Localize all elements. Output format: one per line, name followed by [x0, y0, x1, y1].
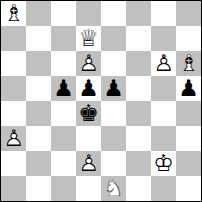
square-g8[interactable] — [151, 1, 176, 26]
piece-white-king[interactable]: ♚♔ — [151, 151, 176, 176]
square-e4[interactable] — [101, 101, 126, 126]
piece-black-king[interactable]: ♚ — [76, 101, 101, 126]
square-b2[interactable] — [26, 151, 51, 176]
square-d6[interactable]: ♟♙ — [76, 51, 101, 76]
square-a3[interactable]: ♟♙ — [1, 126, 26, 151]
square-h7[interactable] — [176, 26, 201, 51]
piece-glyph-outline: ♔ — [151, 151, 176, 176]
piece-white-pawn[interactable]: ♟♙ — [1, 126, 26, 151]
piece-glyph-fill: ♟ — [76, 76, 101, 101]
piece-glyph-fill: ♟ — [51, 76, 76, 101]
square-b3[interactable] — [26, 126, 51, 151]
piece-black-pawn[interactable]: ♟ — [51, 76, 76, 101]
square-g2[interactable]: ♚♔ — [151, 151, 176, 176]
square-f5[interactable] — [126, 76, 151, 101]
square-d3[interactable] — [76, 126, 101, 151]
square-f2[interactable] — [126, 151, 151, 176]
square-f1[interactable] — [126, 176, 151, 201]
square-h8[interactable] — [176, 1, 201, 26]
piece-glyph-outline: ♙ — [76, 51, 101, 76]
piece-glyph-outline: ♗ — [1, 1, 26, 26]
square-e3[interactable] — [101, 126, 126, 151]
square-b1[interactable] — [26, 176, 51, 201]
square-g7[interactable] — [151, 26, 176, 51]
square-h2[interactable] — [176, 151, 201, 176]
chess-board: ♝♗♛♕♟♙♟♙♝♗♟♟♟♟♚♟♙♟♙♚♔♞♘ — [0, 0, 202, 202]
piece-glyph-outline: ♗ — [176, 51, 201, 76]
square-f6[interactable] — [126, 51, 151, 76]
square-d8[interactable] — [76, 1, 101, 26]
piece-white-knight[interactable]: ♞♘ — [101, 176, 126, 201]
piece-glyph-outline: ♘ — [101, 176, 126, 201]
piece-white-bishop[interactable]: ♝♗ — [1, 1, 26, 26]
piece-glyph-outline: ♕ — [76, 26, 101, 51]
square-a7[interactable] — [1, 26, 26, 51]
piece-glyph-fill: ♟ — [101, 76, 126, 101]
piece-glyph-outline: ♙ — [151, 51, 176, 76]
piece-glyph-outline: ♙ — [1, 126, 26, 151]
square-b8[interactable] — [26, 1, 51, 26]
square-h3[interactable] — [176, 126, 201, 151]
square-f7[interactable] — [126, 26, 151, 51]
square-e6[interactable] — [101, 51, 126, 76]
square-h5[interactable]: ♟ — [176, 76, 201, 101]
square-b5[interactable] — [26, 76, 51, 101]
square-e8[interactable] — [101, 1, 126, 26]
square-d2[interactable]: ♟♙ — [76, 151, 101, 176]
piece-glyph-fill: ♟ — [176, 76, 201, 101]
square-h4[interactable] — [176, 101, 201, 126]
square-c7[interactable] — [51, 26, 76, 51]
piece-white-pawn[interactable]: ♟♙ — [76, 151, 101, 176]
piece-white-bishop[interactable]: ♝♗ — [176, 51, 201, 76]
square-h1[interactable] — [176, 176, 201, 201]
square-f4[interactable] — [126, 101, 151, 126]
piece-white-queen[interactable]: ♛♕ — [76, 26, 101, 51]
square-a5[interactable] — [1, 76, 26, 101]
square-h6[interactable]: ♝♗ — [176, 51, 201, 76]
square-e2[interactable] — [101, 151, 126, 176]
square-c6[interactable] — [51, 51, 76, 76]
square-e1[interactable]: ♞♘ — [101, 176, 126, 201]
piece-black-pawn[interactable]: ♟ — [101, 76, 126, 101]
square-g4[interactable] — [151, 101, 176, 126]
square-g5[interactable] — [151, 76, 176, 101]
square-g3[interactable] — [151, 126, 176, 151]
square-d4[interactable]: ♚ — [76, 101, 101, 126]
square-d7[interactable]: ♛♕ — [76, 26, 101, 51]
square-g6[interactable]: ♟♙ — [151, 51, 176, 76]
square-c5[interactable]: ♟ — [51, 76, 76, 101]
square-a1[interactable] — [1, 176, 26, 201]
square-g1[interactable] — [151, 176, 176, 201]
piece-glyph-fill: ♚ — [76, 101, 101, 126]
square-d1[interactable] — [76, 176, 101, 201]
square-c8[interactable] — [51, 1, 76, 26]
square-a6[interactable] — [1, 51, 26, 76]
piece-white-pawn[interactable]: ♟♙ — [151, 51, 176, 76]
square-b4[interactable] — [26, 101, 51, 126]
square-c1[interactable] — [51, 176, 76, 201]
square-e5[interactable]: ♟ — [101, 76, 126, 101]
piece-black-pawn[interactable]: ♟ — [76, 76, 101, 101]
piece-white-pawn[interactable]: ♟♙ — [76, 51, 101, 76]
square-e7[interactable] — [101, 26, 126, 51]
square-c2[interactable] — [51, 151, 76, 176]
square-b6[interactable] — [26, 51, 51, 76]
square-d5[interactable]: ♟ — [76, 76, 101, 101]
piece-glyph-outline: ♙ — [76, 151, 101, 176]
square-b7[interactable] — [26, 26, 51, 51]
piece-black-pawn[interactable]: ♟ — [176, 76, 201, 101]
square-a4[interactable] — [1, 101, 26, 126]
square-f3[interactable] — [126, 126, 151, 151]
square-c3[interactable] — [51, 126, 76, 151]
square-a2[interactable] — [1, 151, 26, 176]
square-c4[interactable] — [51, 101, 76, 126]
square-f8[interactable] — [126, 1, 151, 26]
square-a8[interactable]: ♝♗ — [1, 1, 26, 26]
